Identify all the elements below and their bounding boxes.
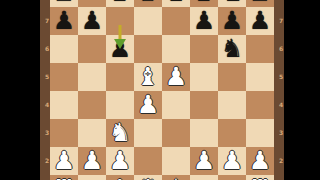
square-d5[interactable]: ♝ bbox=[134, 63, 162, 91]
square-h6[interactable] bbox=[246, 35, 274, 63]
square-d3[interactable] bbox=[134, 119, 162, 147]
square-d1[interactable]: ♛ bbox=[134, 175, 162, 180]
square-a4[interactable] bbox=[50, 91, 78, 119]
square-f4[interactable] bbox=[190, 91, 218, 119]
square-e7[interactable] bbox=[162, 7, 190, 35]
piece-black-pawn-b7[interactable]: ♟ bbox=[78, 7, 106, 35]
piece-white-bishop-d5[interactable]: ♝ bbox=[134, 63, 162, 91]
square-g3[interactable] bbox=[218, 119, 246, 147]
square-h3[interactable] bbox=[246, 119, 274, 147]
square-a7[interactable]: ♟ bbox=[50, 7, 78, 35]
square-e3[interactable] bbox=[162, 119, 190, 147]
piece-black-queen-d8[interactable]: ♛ bbox=[134, 0, 162, 7]
rank-label-7-left: 7 bbox=[42, 7, 52, 35]
piece-white-bishop-c1[interactable]: ♝ bbox=[106, 175, 134, 180]
square-g6[interactable]: ♞ bbox=[218, 35, 246, 63]
letterbox-bar-right bbox=[284, 0, 320, 180]
square-h5[interactable] bbox=[246, 63, 274, 91]
square-a1[interactable]: ♜ bbox=[50, 175, 78, 180]
rank-label-6-left: 6 bbox=[42, 35, 52, 63]
piece-white-rook-a1[interactable]: ♜ bbox=[50, 175, 78, 180]
piece-white-rook-h1[interactable]: ♜ bbox=[246, 175, 274, 180]
piece-white-king-e1[interactable]: ♚ bbox=[162, 175, 190, 180]
square-e1[interactable]: ♚ bbox=[162, 175, 190, 180]
rank-label-5-left: 5 bbox=[42, 63, 52, 91]
square-b3[interactable] bbox=[78, 119, 106, 147]
piece-black-pawn-g7[interactable]: ♟ bbox=[218, 7, 246, 35]
square-h4[interactable] bbox=[246, 91, 274, 119]
square-g5[interactable] bbox=[218, 63, 246, 91]
piece-black-pawn-f7[interactable]: ♟ bbox=[190, 7, 218, 35]
square-d8[interactable]: ♛ bbox=[134, 0, 162, 7]
square-a3[interactable] bbox=[50, 119, 78, 147]
piece-white-pawn-d4[interactable]: ♟ bbox=[134, 91, 162, 119]
video-thumbnail: ♜♝♛♚♝♞♜♟♟♟♟♟♟♞♝♟♟♞♟♟♟♟♟♟♜♝♛♚♜ 7766554433… bbox=[0, 0, 320, 180]
piece-white-pawn-b2[interactable]: ♟ bbox=[78, 147, 106, 175]
square-e5[interactable]: ♟ bbox=[162, 63, 190, 91]
piece-black-knight-g6[interactable]: ♞ bbox=[218, 35, 246, 63]
piece-white-knight-c3[interactable]: ♞ bbox=[106, 119, 134, 147]
square-c2[interactable]: ♟ bbox=[106, 147, 134, 175]
square-h7[interactable]: ♟ bbox=[246, 7, 274, 35]
square-e8[interactable]: ♚ bbox=[162, 0, 190, 7]
piece-black-pawn-h7[interactable]: ♟ bbox=[246, 7, 274, 35]
piece-black-bishop-c8[interactable]: ♝ bbox=[106, 0, 134, 7]
piece-black-king-e8[interactable]: ♚ bbox=[162, 0, 190, 7]
chess-board-frame: ♜♝♛♚♝♞♜♟♟♟♟♟♟♞♝♟♟♞♟♟♟♟♟♟♜♝♛♚♜ 7766554433… bbox=[40, 0, 284, 180]
square-e2[interactable] bbox=[162, 147, 190, 175]
square-f7[interactable]: ♟ bbox=[190, 7, 218, 35]
square-b1[interactable] bbox=[78, 175, 106, 180]
square-c7[interactable] bbox=[106, 7, 134, 35]
square-g1[interactable] bbox=[218, 175, 246, 180]
square-c1[interactable]: ♝ bbox=[106, 175, 134, 180]
piece-white-pawn-f2[interactable]: ♟ bbox=[190, 147, 218, 175]
square-d4[interactable]: ♟ bbox=[134, 91, 162, 119]
square-d6[interactable] bbox=[134, 35, 162, 63]
rank-label-2-left: 2 bbox=[42, 147, 52, 175]
piece-white-pawn-h2[interactable]: ♟ bbox=[246, 147, 274, 175]
chess-board[interactable]: ♜♝♛♚♝♞♜♟♟♟♟♟♟♞♝♟♟♞♟♟♟♟♟♟♜♝♛♚♜ bbox=[50, 0, 274, 180]
square-h1[interactable]: ♜ bbox=[246, 175, 274, 180]
piece-black-pawn-a7[interactable]: ♟ bbox=[50, 7, 78, 35]
square-h2[interactable]: ♟ bbox=[246, 147, 274, 175]
square-c5[interactable] bbox=[106, 63, 134, 91]
square-b4[interactable] bbox=[78, 91, 106, 119]
rank-label-3-left: 3 bbox=[42, 119, 52, 147]
square-d7[interactable] bbox=[134, 7, 162, 35]
square-g7[interactable]: ♟ bbox=[218, 7, 246, 35]
square-b2[interactable]: ♟ bbox=[78, 147, 106, 175]
square-g2[interactable]: ♟ bbox=[218, 147, 246, 175]
square-c8[interactable]: ♝ bbox=[106, 0, 134, 7]
square-b6[interactable] bbox=[78, 35, 106, 63]
piece-white-pawn-e5[interactable]: ♟ bbox=[162, 63, 190, 91]
square-d2[interactable] bbox=[134, 147, 162, 175]
square-f1[interactable] bbox=[190, 175, 218, 180]
square-a6[interactable] bbox=[50, 35, 78, 63]
square-c4[interactable] bbox=[106, 91, 134, 119]
square-f6[interactable] bbox=[190, 35, 218, 63]
rank-label-4-left: 4 bbox=[42, 91, 52, 119]
square-c6[interactable]: ♟ bbox=[106, 35, 134, 63]
square-b7[interactable]: ♟ bbox=[78, 7, 106, 35]
square-g4[interactable] bbox=[218, 91, 246, 119]
square-a2[interactable]: ♟ bbox=[50, 147, 78, 175]
letterbox-bar-left bbox=[0, 0, 40, 180]
piece-white-pawn-c2[interactable]: ♟ bbox=[106, 147, 134, 175]
square-e4[interactable] bbox=[162, 91, 190, 119]
square-f5[interactable] bbox=[190, 63, 218, 91]
piece-black-pawn-c6[interactable]: ♟ bbox=[106, 35, 134, 63]
square-a5[interactable] bbox=[50, 63, 78, 91]
piece-white-pawn-a2[interactable]: ♟ bbox=[50, 147, 78, 175]
square-e6[interactable] bbox=[162, 35, 190, 63]
square-c3[interactable]: ♞ bbox=[106, 119, 134, 147]
square-b5[interactable] bbox=[78, 63, 106, 91]
square-f2[interactable]: ♟ bbox=[190, 147, 218, 175]
square-f3[interactable] bbox=[190, 119, 218, 147]
piece-white-queen-d1[interactable]: ♛ bbox=[134, 175, 162, 180]
piece-white-pawn-g2[interactable]: ♟ bbox=[218, 147, 246, 175]
